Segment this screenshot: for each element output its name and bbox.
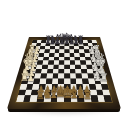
board-square[interactable] <box>104 95 112 101</box>
board-grid[interactable] <box>16 40 112 102</box>
board-frame <box>7 37 121 109</box>
chessboard[interactable] <box>7 37 121 109</box>
photo-background: ♜♞♝♛♚♝♞♜♟♟♟♟♟♟♟♟♜♟♟♜♞♟♟♞♝♟♟♝♛♟♟♛♚♟♟♚♝♟♟♝… <box>0 0 128 128</box>
